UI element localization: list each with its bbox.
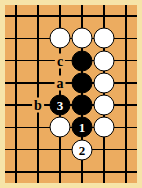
board-point bbox=[93, 5, 115, 27]
board-point bbox=[71, 50, 93, 72]
black-stone-1: 1 bbox=[72, 117, 93, 138]
board-point bbox=[115, 161, 137, 183]
black-stone bbox=[72, 50, 93, 71]
board-point: 2 bbox=[71, 139, 93, 161]
white-stone bbox=[94, 72, 115, 93]
black-stone bbox=[72, 72, 93, 93]
board-point bbox=[115, 5, 137, 27]
black-stone-3: 3 bbox=[50, 95, 71, 116]
board-point bbox=[71, 94, 93, 116]
board-point bbox=[115, 27, 137, 49]
point-label-b: b bbox=[32, 98, 44, 113]
board-point bbox=[49, 161, 71, 183]
board-point bbox=[71, 5, 93, 27]
board-point bbox=[27, 50, 49, 72]
white-stone bbox=[50, 117, 71, 138]
board-point bbox=[5, 139, 27, 161]
board-point bbox=[5, 94, 27, 116]
board-point bbox=[27, 161, 49, 183]
board-point bbox=[93, 161, 115, 183]
board-point bbox=[93, 116, 115, 138]
go-diagram: cab312 bbox=[0, 0, 142, 188]
board-point bbox=[93, 94, 115, 116]
go-board: cab312 bbox=[5, 5, 137, 183]
board-point bbox=[5, 5, 27, 27]
board-point bbox=[93, 139, 115, 161]
board-point bbox=[93, 27, 115, 49]
board-point bbox=[5, 116, 27, 138]
white-stone bbox=[94, 117, 115, 138]
board-point bbox=[5, 27, 27, 49]
board-point bbox=[71, 161, 93, 183]
board-point: 3 bbox=[49, 94, 71, 116]
white-stone bbox=[94, 50, 115, 71]
board-point bbox=[27, 116, 49, 138]
white-stone bbox=[94, 95, 115, 116]
board-point bbox=[71, 27, 93, 49]
point-label-c: c bbox=[55, 53, 65, 68]
board-point: c bbox=[49, 50, 71, 72]
white-stone-2: 2 bbox=[72, 139, 93, 160]
board-point bbox=[49, 116, 71, 138]
board-point bbox=[27, 139, 49, 161]
board-point bbox=[71, 72, 93, 94]
board-point bbox=[27, 5, 49, 27]
board-point bbox=[115, 139, 137, 161]
board-point: a bbox=[49, 72, 71, 94]
board-point bbox=[5, 161, 27, 183]
white-stone bbox=[94, 28, 115, 49]
white-stone bbox=[50, 28, 71, 49]
board-point bbox=[115, 72, 137, 94]
board-point bbox=[27, 72, 49, 94]
board-point bbox=[5, 50, 27, 72]
board-point: b bbox=[27, 94, 49, 116]
board-point bbox=[93, 72, 115, 94]
board-point bbox=[5, 72, 27, 94]
board-point bbox=[49, 139, 71, 161]
board-point bbox=[27, 27, 49, 49]
board-point bbox=[49, 27, 71, 49]
black-stone bbox=[72, 95, 93, 116]
board-point bbox=[93, 50, 115, 72]
point-label-a: a bbox=[55, 75, 66, 90]
board-point bbox=[115, 94, 137, 116]
board-point bbox=[49, 5, 71, 27]
white-stone bbox=[72, 28, 93, 49]
board-point bbox=[115, 50, 137, 72]
go-grid: cab312 bbox=[5, 5, 137, 183]
board-point bbox=[115, 116, 137, 138]
board-point: 1 bbox=[71, 116, 93, 138]
